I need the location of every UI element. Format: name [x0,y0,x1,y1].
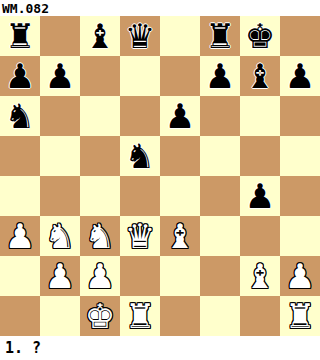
piece-black-king-g8[interactable]: ♚ [245,16,275,56]
piece-black-bishop-g7[interactable]: ♝ [245,56,275,96]
square-f4[interactable] [200,176,240,216]
square-g1[interactable] [240,296,280,336]
square-b7[interactable]: ♟ [40,56,80,96]
square-c6[interactable] [80,96,120,136]
square-c1[interactable]: ♚ [80,296,120,336]
piece-black-knight-d5[interactable]: ♞ [125,136,155,176]
square-e3[interactable]: ♝ [160,216,200,256]
square-e1[interactable] [160,296,200,336]
square-d4[interactable] [120,176,160,216]
square-h6[interactable] [280,96,320,136]
square-g7[interactable]: ♝ [240,56,280,96]
piece-white-bishop-g2[interactable]: ♝ [245,256,275,296]
square-h8[interactable] [280,16,320,56]
square-b4[interactable] [40,176,80,216]
square-a3[interactable]: ♟ [0,216,40,256]
square-h7[interactable]: ♟ [280,56,320,96]
piece-black-pawn-e6[interactable]: ♟ [165,96,195,136]
piece-white-king-c1[interactable]: ♚ [85,296,115,336]
square-e2[interactable] [160,256,200,296]
square-c2[interactable]: ♟ [80,256,120,296]
square-e7[interactable] [160,56,200,96]
piece-white-rook-h1[interactable]: ♜ [285,296,315,336]
square-e8[interactable] [160,16,200,56]
square-d6[interactable] [120,96,160,136]
piece-white-knight-c3[interactable]: ♞ [85,216,115,256]
piece-black-pawn-b7[interactable]: ♟ [45,56,75,96]
piece-black-pawn-h7[interactable]: ♟ [285,56,315,96]
square-a8[interactable]: ♜ [0,16,40,56]
move-prompt: 1. ? [0,336,320,360]
square-b8[interactable] [40,16,80,56]
square-g8[interactable]: ♚ [240,16,280,56]
piece-white-pawn-b2[interactable]: ♟ [45,256,75,296]
square-c3[interactable]: ♞ [80,216,120,256]
square-h3[interactable] [280,216,320,256]
square-h2[interactable]: ♟ [280,256,320,296]
square-g6[interactable] [240,96,280,136]
piece-white-rook-d1[interactable]: ♜ [125,296,155,336]
piece-black-pawn-f7[interactable]: ♟ [205,56,235,96]
square-e4[interactable] [160,176,200,216]
piece-black-rook-f8[interactable]: ♜ [205,16,235,56]
square-d1[interactable]: ♜ [120,296,160,336]
piece-white-knight-b3[interactable]: ♞ [45,216,75,256]
square-g4[interactable]: ♟ [240,176,280,216]
square-a4[interactable] [0,176,40,216]
square-c4[interactable] [80,176,120,216]
piece-black-pawn-a7[interactable]: ♟ [5,56,35,96]
square-b2[interactable]: ♟ [40,256,80,296]
square-c8[interactable]: ♝ [80,16,120,56]
square-d5[interactable]: ♞ [120,136,160,176]
square-e5[interactable] [160,136,200,176]
square-a5[interactable] [0,136,40,176]
piece-black-rook-a8[interactable]: ♜ [5,16,35,56]
square-f6[interactable] [200,96,240,136]
square-g5[interactable] [240,136,280,176]
piece-white-bishop-e3[interactable]: ♝ [165,216,195,256]
square-f5[interactable] [200,136,240,176]
piece-black-knight-a6[interactable]: ♞ [5,96,35,136]
puzzle-title: WM.082 [0,0,320,16]
piece-white-pawn-h2[interactable]: ♟ [285,256,315,296]
piece-white-queen-d3[interactable]: ♛ [125,216,155,256]
square-d2[interactable] [120,256,160,296]
square-f8[interactable]: ♜ [200,16,240,56]
square-a1[interactable] [0,296,40,336]
chess-app-window: WM.082 ♜♝♛♜♚♟♟♟♝♟♞♟♞♟♟♞♞♛♝♟♟♝♟♚♜♜ 1. ? [0,0,320,360]
square-e6[interactable]: ♟ [160,96,200,136]
square-c5[interactable] [80,136,120,176]
piece-white-pawn-a3[interactable]: ♟ [5,216,35,256]
square-d7[interactable] [120,56,160,96]
square-g2[interactable]: ♝ [240,256,280,296]
piece-black-pawn-g4[interactable]: ♟ [245,176,275,216]
square-f3[interactable] [200,216,240,256]
square-b5[interactable] [40,136,80,176]
square-g3[interactable] [240,216,280,256]
square-f1[interactable] [200,296,240,336]
piece-black-queen-d8[interactable]: ♛ [125,16,155,56]
square-h4[interactable] [280,176,320,216]
square-d8[interactable]: ♛ [120,16,160,56]
piece-white-pawn-c2[interactable]: ♟ [85,256,115,296]
piece-black-bishop-c8[interactable]: ♝ [85,16,115,56]
square-c7[interactable] [80,56,120,96]
square-f2[interactable] [200,256,240,296]
square-h5[interactable] [280,136,320,176]
square-h1[interactable]: ♜ [280,296,320,336]
square-a7[interactable]: ♟ [0,56,40,96]
square-a2[interactable] [0,256,40,296]
square-a6[interactable]: ♞ [0,96,40,136]
square-d3[interactable]: ♛ [120,216,160,256]
square-b3[interactable]: ♞ [40,216,80,256]
chess-board: ♜♝♛♜♚♟♟♟♝♟♞♟♞♟♟♞♞♛♝♟♟♝♟♚♜♜ [0,16,320,336]
square-b6[interactable] [40,96,80,136]
square-b1[interactable] [40,296,80,336]
square-f7[interactable]: ♟ [200,56,240,96]
